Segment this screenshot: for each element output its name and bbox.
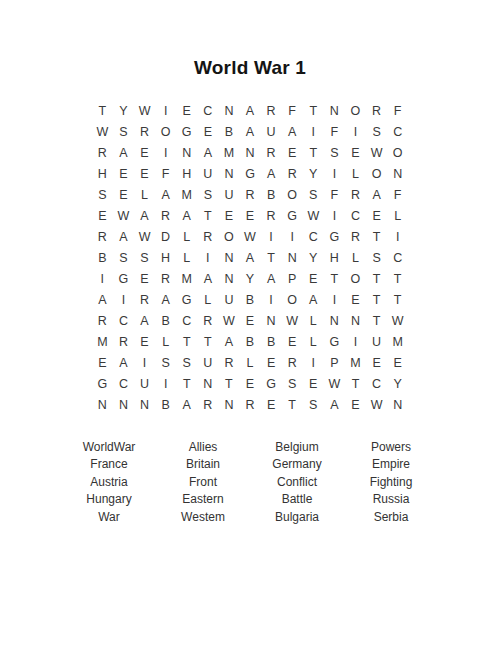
word-worldwar: WorldWar — [62, 438, 156, 456]
grid-cell-r3c4[interactable]: I — [155, 142, 176, 163]
grid-cell-r14c4[interactable]: I — [155, 373, 176, 394]
grid-cell-r7c10[interactable]: I — [282, 226, 303, 247]
grid-cell-r8c4[interactable]: H — [155, 247, 176, 268]
grid-cell-r6c1[interactable]: E — [92, 205, 113, 226]
grid-cell-r12c9[interactable]: B — [261, 331, 282, 352]
grid-cell-r6c11[interactable]: W — [303, 205, 324, 226]
grid-cell-r15c9[interactable]: E — [261, 394, 282, 415]
grid-cell-r11c12[interactable]: N — [324, 310, 345, 331]
grid-cell-r6c4[interactable]: R — [155, 205, 176, 226]
grid-cell-r4c12[interactable]: I — [324, 163, 345, 184]
grid-cell-r5c15[interactable]: F — [387, 184, 408, 205]
grid-cell-r5c14[interactable]: A — [366, 184, 387, 205]
grid-cell-r13c6[interactable]: U — [197, 352, 218, 373]
grid-cell-r3c15[interactable]: O — [387, 142, 408, 163]
grid-cell-r14c14[interactable]: C — [366, 373, 387, 394]
grid-cell-r15c6[interactable]: R — [197, 394, 218, 415]
grid-cell-r1c3[interactable]: W — [134, 100, 155, 121]
word-war: War — [62, 508, 156, 526]
grid-cell-r10c4[interactable]: A — [155, 289, 176, 310]
grid-cell-r15c13[interactable]: E — [345, 394, 366, 415]
word-conflict: Conflict — [250, 473, 344, 491]
grid-cell-r15c14[interactable]: W — [366, 394, 387, 415]
grid-cell-r8c7[interactable]: N — [218, 247, 239, 268]
grid-cell-r5c11[interactable]: S — [303, 184, 324, 205]
grid-cell-r6c2[interactable]: W — [113, 205, 134, 226]
grid-cell-r12c13[interactable]: I — [345, 331, 366, 352]
grid-cell-r3c9[interactable]: R — [261, 142, 282, 163]
grid-cell-r8c10[interactable]: N — [282, 247, 303, 268]
grid-cell-r7c12[interactable]: G — [324, 226, 345, 247]
grid-cell-r2c9[interactable]: U — [261, 121, 282, 142]
grid-cell-r7c11[interactable]: C — [303, 226, 324, 247]
grid-cell-r1c5[interactable]: E — [176, 100, 197, 121]
grid-cell-r10c7[interactable]: U — [218, 289, 239, 310]
grid-cell-r15c15[interactable]: N — [387, 394, 408, 415]
grid-cell-r12c11[interactable]: L — [303, 331, 324, 352]
grid-cell-r14c12[interactable]: W — [324, 373, 345, 394]
grid-cell-r3c12[interactable]: S — [324, 142, 345, 163]
word-hungary: Hungary — [62, 491, 156, 509]
grid-cell-r15c11[interactable]: S — [303, 394, 324, 415]
grid-cell-r7c2[interactable]: A — [113, 226, 134, 247]
grid-cell-r2c7[interactable]: B — [218, 121, 239, 142]
grid-cell-r1c12[interactable]: N — [324, 100, 345, 121]
grid-cell-r2c8[interactable]: A — [239, 121, 260, 142]
grid-cell-r11c5[interactable]: C — [176, 310, 197, 331]
grid-cell-r9c4[interactable]: R — [155, 268, 176, 289]
grid-cell-r8c5[interactable]: L — [176, 247, 197, 268]
grid-cell-r2c11[interactable]: I — [303, 121, 324, 142]
grid-cell-r13c8[interactable]: L — [239, 352, 260, 373]
grid-cell-r9c10[interactable]: P — [282, 268, 303, 289]
word-serbia: Serbia — [344, 508, 438, 526]
grid-cell-r10c2[interactable]: I — [113, 289, 134, 310]
grid-cell-r11c2[interactable]: C — [113, 310, 134, 331]
grid-cell-r6c14[interactable]: E — [366, 205, 387, 226]
grid-cell-r7c1[interactable]: R — [92, 226, 113, 247]
grid-cell-r6c6[interactable]: T — [197, 205, 218, 226]
grid-cell-r6c13[interactable]: C — [345, 205, 366, 226]
grid-cell-r12c1[interactable]: M — [92, 331, 113, 352]
grid-cell-r12c4[interactable]: L — [155, 331, 176, 352]
grid-cell-r4c3[interactable]: E — [134, 163, 155, 184]
grid-cell-r12c12[interactable]: G — [324, 331, 345, 352]
puzzle-title: World War 1 — [0, 0, 500, 79]
grid-cell-r6c5[interactable]: A — [176, 205, 197, 226]
grid-cell-r5c9[interactable]: B — [261, 184, 282, 205]
grid-cell-r14c2[interactable]: C — [113, 373, 134, 394]
grid-cell-r8c13[interactable]: L — [345, 247, 366, 268]
grid-cell-r11c8[interactable]: E — [239, 310, 260, 331]
grid-cell-r13c5[interactable]: S — [176, 352, 197, 373]
grid-cell-r5c4[interactable]: A — [155, 184, 176, 205]
grid-cell-r10c10[interactable]: O — [282, 289, 303, 310]
grid-cell-r7c3[interactable]: W — [134, 226, 155, 247]
grid-cell-r4c8[interactable]: G — [239, 163, 260, 184]
grid-cell-r9c3[interactable]: E — [134, 268, 155, 289]
grid-cell-r15c3[interactable]: N — [134, 394, 155, 415]
grid-cell-r9c12[interactable]: T — [324, 268, 345, 289]
grid-cell-r5c5[interactable]: M — [176, 184, 197, 205]
grid-cell-r3c13[interactable]: E — [345, 142, 366, 163]
grid-cell-r7c9[interactable]: I — [261, 226, 282, 247]
grid-cell-r2c10[interactable]: A — [282, 121, 303, 142]
grid-cell-r2c14[interactable]: S — [366, 121, 387, 142]
grid-cell-r11c3[interactable]: A — [134, 310, 155, 331]
grid-cell-r10c5[interactable]: G — [176, 289, 197, 310]
grid-cell-r14c8[interactable]: E — [239, 373, 260, 394]
grid-cell-r12c10[interactable]: E — [282, 331, 303, 352]
grid-cell-r15c4[interactable]: B — [155, 394, 176, 415]
grid-cell-r4c1[interactable]: H — [92, 163, 113, 184]
grid-cell-r3c10[interactable]: E — [282, 142, 303, 163]
grid-cell-r12c6[interactable]: T — [197, 331, 218, 352]
grid-cell-r5c8[interactable]: R — [239, 184, 260, 205]
grid-cell-r9c7[interactable]: N — [218, 268, 239, 289]
grid-cell-r13c3[interactable]: I — [134, 352, 155, 373]
grid-cell-r12c2[interactable]: R — [113, 331, 134, 352]
grid-cell-r9c1[interactable]: I — [92, 268, 113, 289]
grid-cell-r3c8[interactable]: N — [239, 142, 260, 163]
grid-cell-r3c5[interactable]: N — [176, 142, 197, 163]
grid-cell-r1c7[interactable]: N — [218, 100, 239, 121]
grid-cell-r8c9[interactable]: T — [261, 247, 282, 268]
word-list: WorldWarAlliesBelgiumPowersFranceBritain… — [62, 438, 438, 526]
grid-cell-r2c6[interactable]: E — [197, 121, 218, 142]
grid-cell-r9c15[interactable]: T — [387, 268, 408, 289]
grid-cell-r14c5[interactable]: T — [176, 373, 197, 394]
grid-cell-r5c1[interactable]: S — [92, 184, 113, 205]
word-allies: Allies — [156, 438, 250, 456]
grid-cell-r1c4[interactable]: I — [155, 100, 176, 121]
grid-cell-r14c11[interactable]: E — [303, 373, 324, 394]
grid-cell-r14c15[interactable]: Y — [387, 373, 408, 394]
grid-cell-r11c1[interactable]: R — [92, 310, 113, 331]
grid-cell-r9c14[interactable]: T — [366, 268, 387, 289]
grid-cell-r6c9[interactable]: R — [261, 205, 282, 226]
grid-cell-r13c10[interactable]: R — [282, 352, 303, 373]
word-france: France — [62, 456, 156, 474]
grid-cell-r10c13[interactable]: E — [345, 289, 366, 310]
word-westem: Westem — [156, 508, 250, 526]
grid-cell-r2c12[interactable]: F — [324, 121, 345, 142]
grid-cell-r3c2[interactable]: A — [113, 142, 134, 163]
grid-cell-r5c13[interactable]: R — [345, 184, 366, 205]
grid-cell-r9c8[interactable]: Y — [239, 268, 260, 289]
grid-cell-r2c4[interactable]: O — [155, 121, 176, 142]
grid-cell-r12c7[interactable]: A — [218, 331, 239, 352]
grid-cell-r4c2[interactable]: E — [113, 163, 134, 184]
grid-cell-r2c3[interactable]: R — [134, 121, 155, 142]
word-britain: Britain — [156, 456, 250, 474]
grid-cell-r6c7[interactable]: E — [218, 205, 239, 226]
grid-cell-r9c6[interactable]: A — [197, 268, 218, 289]
grid-cell-r7c7[interactable]: O — [218, 226, 239, 247]
grid-cell-r12c15[interactable]: M — [387, 331, 408, 352]
grid-cell-r8c12[interactable]: H — [324, 247, 345, 268]
word-fighting: Fighting — [344, 473, 438, 491]
grid-cell-r8c2[interactable]: S — [113, 247, 134, 268]
grid-cell-r4c15[interactable]: N — [387, 163, 408, 184]
word-russia: Russia — [344, 491, 438, 509]
grid-cell-r6c12[interactable]: I — [324, 205, 345, 226]
grid-cell-r10c6[interactable]: L — [197, 289, 218, 310]
grid-cell-r8c14[interactable]: S — [366, 247, 387, 268]
grid-cell-r11c4[interactable]: B — [155, 310, 176, 331]
grid-cell-r11c6[interactable]: R — [197, 310, 218, 331]
grid-cell-r3c7[interactable]: M — [218, 142, 239, 163]
grid-cell-r2c5[interactable]: G — [176, 121, 197, 142]
grid-cell-r10c12[interactable]: I — [324, 289, 345, 310]
grid-cell-r7c4[interactable]: D — [155, 226, 176, 247]
grid-cell-r4c14[interactable]: O — [366, 163, 387, 184]
grid-cell-r13c9[interactable]: E — [261, 352, 282, 373]
grid-cell-r15c12[interactable]: A — [324, 394, 345, 415]
grid-cell-r8c15[interactable]: C — [387, 247, 408, 268]
grid-cell-r1c6[interactable]: C — [197, 100, 218, 121]
grid-cell-r10c1[interactable]: A — [92, 289, 113, 310]
grid-cell-r1c15[interactable]: F — [387, 100, 408, 121]
grid-cell-r2c2[interactable]: S — [113, 121, 134, 142]
grid-cell-r5c12[interactable]: F — [324, 184, 345, 205]
word-empire: Empire — [344, 456, 438, 474]
grid-cell-r13c1[interactable]: E — [92, 352, 113, 373]
grid-cell-r15c5[interactable]: A — [176, 394, 197, 415]
grid-cell-r12c8[interactable]: B — [239, 331, 260, 352]
word-powers: Powers — [344, 438, 438, 456]
grid-cell-r2c15[interactable]: C — [387, 121, 408, 142]
grid-cell-r10c15[interactable]: T — [387, 289, 408, 310]
grid-cell-r8c6[interactable]: I — [197, 247, 218, 268]
grid-cell-r7c13[interactable]: R — [345, 226, 366, 247]
grid-cell-r13c2[interactable]: A — [113, 352, 134, 373]
grid-cell-r5c3[interactable]: L — [134, 184, 155, 205]
grid-cell-r2c13[interactable]: I — [345, 121, 366, 142]
grid-cell-r4c13[interactable]: L — [345, 163, 366, 184]
grid-cell-r13c15[interactable]: E — [387, 352, 408, 373]
word-germany: Germany — [250, 456, 344, 474]
word-battle: Battle — [250, 491, 344, 509]
grid-cell-r6c3[interactable]: A — [134, 205, 155, 226]
grid-cell-r13c7[interactable]: R — [218, 352, 239, 373]
grid-cell-r3c14[interactable]: W — [366, 142, 387, 163]
grid-cell-r13c4[interactable]: S — [155, 352, 176, 373]
grid-cell-r9c9[interactable]: A — [261, 268, 282, 289]
grid-cell-r14c1[interactable]: G — [92, 373, 113, 394]
grid-cell-r1c10[interactable]: F — [282, 100, 303, 121]
grid-cell-r7c6[interactable]: R — [197, 226, 218, 247]
grid-cell-r14c7[interactable]: T — [218, 373, 239, 394]
grid-cell-r1c1[interactable]: T — [92, 100, 113, 121]
grid-cell-r4c4[interactable]: F — [155, 163, 176, 184]
grid-cell-r8c1[interactable]: B — [92, 247, 113, 268]
grid-cell-r5c7[interactable]: U — [218, 184, 239, 205]
grid-cell-r6c8[interactable]: E — [239, 205, 260, 226]
grid-cell-r3c3[interactable]: E — [134, 142, 155, 163]
grid-cell-r13c11[interactable]: I — [303, 352, 324, 373]
grid-cell-r12c3[interactable]: E — [134, 331, 155, 352]
grid-cell-r1c14[interactable]: R — [366, 100, 387, 121]
word-austria: Austria — [62, 473, 156, 491]
grid-cell-r3c6[interactable]: A — [197, 142, 218, 163]
grid-cell-r1c8[interactable]: A — [239, 100, 260, 121]
grid-cell-r15c8[interactable]: R — [239, 394, 260, 415]
grid-cell-r10c3[interactable]: R — [134, 289, 155, 310]
word-eastern: Eastern — [156, 491, 250, 509]
grid-cell-r7c8[interactable]: W — [239, 226, 260, 247]
grid-cell-r15c7[interactable]: N — [218, 394, 239, 415]
grid-cell-r9c2[interactable]: G — [113, 268, 134, 289]
grid-cell-r10c8[interactable]: B — [239, 289, 260, 310]
grid-cell-r1c9[interactable]: R — [261, 100, 282, 121]
grid-cell-r4c6[interactable]: U — [197, 163, 218, 184]
grid-cell-r7c5[interactable]: L — [176, 226, 197, 247]
word-belgium: Belgium — [250, 438, 344, 456]
grid-cell-r6c15[interactable]: L — [387, 205, 408, 226]
grid-cell-r4c5[interactable]: H — [176, 163, 197, 184]
grid-cell-r14c10[interactable]: S — [282, 373, 303, 394]
grid-cell-r9c13[interactable]: O — [345, 268, 366, 289]
grid-cell-r4c7[interactable]: N — [218, 163, 239, 184]
grid-cell-r14c13[interactable]: T — [345, 373, 366, 394]
grid-cell-r6c10[interactable]: G — [282, 205, 303, 226]
grid-cell-r15c1[interactable]: N — [92, 394, 113, 415]
grid-cell-r4c9[interactable]: A — [261, 163, 282, 184]
grid-cell-r5c10[interactable]: O — [282, 184, 303, 205]
grid-cell-r13c12[interactable]: P — [324, 352, 345, 373]
grid-cell-r14c3[interactable]: U — [134, 373, 155, 394]
grid-cell-r9c5[interactable]: M — [176, 268, 197, 289]
grid-cell-r4c10[interactable]: R — [282, 163, 303, 184]
grid-cell-r1c2[interactable]: Y — [113, 100, 134, 121]
grid-cell-r7c14[interactable]: T — [366, 226, 387, 247]
grid-cell-r13c13[interactable]: M — [345, 352, 366, 373]
letter-grid: TYWIECNARFTNORFWSROGEBAUAIFISCRAEINAMNRE… — [92, 100, 408, 415]
grid-cell-r3c1[interactable]: R — [92, 142, 113, 163]
grid-cell-r14c6[interactable]: N — [197, 373, 218, 394]
grid-cell-r14c9[interactable]: G — [261, 373, 282, 394]
grid-cell-r11c9[interactable]: N — [261, 310, 282, 331]
grid-cell-r12c14[interactable]: U — [366, 331, 387, 352]
grid-cell-r5c2[interactable]: E — [113, 184, 134, 205]
grid-cell-r8c11[interactable]: Y — [303, 247, 324, 268]
word-bulgaria: Bulgaria — [250, 508, 344, 526]
grid-cell-r12c5[interactable]: T — [176, 331, 197, 352]
grid-cell-r10c9[interactable]: I — [261, 289, 282, 310]
grid-cell-r11c11[interactable]: L — [303, 310, 324, 331]
grid-cell-r4c11[interactable]: Y — [303, 163, 324, 184]
grid-cell-r5c6[interactable]: S — [197, 184, 218, 205]
word-front: Front — [156, 473, 250, 491]
grid-cell-r8c8[interactable]: A — [239, 247, 260, 268]
grid-cell-r11c10[interactable]: W — [282, 310, 303, 331]
grid-cell-r13c14[interactable]: E — [366, 352, 387, 373]
grid-cell-r11c15[interactable]: W — [387, 310, 408, 331]
grid-cell-r8c3[interactable]: S — [134, 247, 155, 268]
grid-cell-r1c11[interactable]: T — [303, 100, 324, 121]
grid-cell-r15c10[interactable]: T — [282, 394, 303, 415]
grid-cell-r11c13[interactable]: N — [345, 310, 366, 331]
grid-cell-r2c1[interactable]: W — [92, 121, 113, 142]
grid-cell-r3c11[interactable]: T — [303, 142, 324, 163]
grid-cell-r9c11[interactable]: E — [303, 268, 324, 289]
grid-cell-r11c14[interactable]: T — [366, 310, 387, 331]
grid-cell-r15c2[interactable]: N — [113, 394, 134, 415]
word-search-worksheet: World War 1 TYWIECNARFTNORFWSROGEBAUAIFI… — [0, 0, 500, 647]
grid-cell-r10c11[interactable]: A — [303, 289, 324, 310]
grid-cell-r10c14[interactable]: T — [366, 289, 387, 310]
grid-cell-r1c13[interactable]: O — [345, 100, 366, 121]
grid-cell-r7c15[interactable]: I — [387, 226, 408, 247]
grid-cell-r11c7[interactable]: W — [218, 310, 239, 331]
